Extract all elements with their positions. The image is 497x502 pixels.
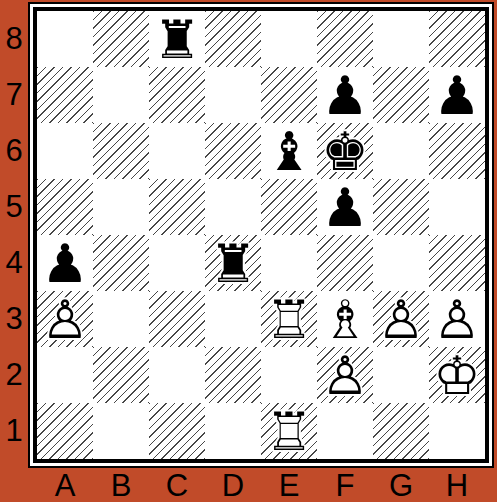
square-h5[interactable]	[429, 179, 485, 235]
square-a1[interactable]	[37, 403, 93, 459]
rank-label-6: 6	[0, 123, 28, 179]
square-a8[interactable]	[37, 11, 93, 67]
square-b5[interactable]	[93, 179, 149, 235]
black-pawn: ♟	[429, 67, 485, 123]
square-c6[interactable]	[149, 123, 205, 179]
black-rook: ♜	[205, 235, 261, 291]
white-king-halo: ♚	[429, 347, 485, 403]
square-a2[interactable]	[37, 347, 93, 403]
rank-labels: 87654321	[0, 11, 28, 459]
square-c2[interactable]	[149, 347, 205, 403]
board-frame: ♜♜♟♟♟♟♝♝♚♚♟♟♟♟♜♜♟♙♜♖♝♗♟♙♟♙♟♙♚♔♜♖	[33, 7, 489, 463]
square-b2[interactable]	[93, 347, 149, 403]
square-h8[interactable]	[429, 11, 485, 67]
square-c8[interactable]: ♜♜	[149, 11, 205, 67]
square-f7[interactable]: ♟♟	[317, 67, 373, 123]
square-g4[interactable]	[373, 235, 429, 291]
white-pawn-halo: ♟	[429, 291, 485, 347]
square-g3[interactable]: ♟♙	[373, 291, 429, 347]
black-pawn-halo: ♟	[317, 179, 373, 235]
square-f2[interactable]: ♟♙	[317, 347, 373, 403]
rank-label-3: 3	[0, 291, 28, 347]
chess-diagram: 87654321 ♜♜♟♟♟♟♝♝♚♚♟♟♟♟♜♜♟♙♜♖♝♗♟♙♟♙♟♙♚♔♜…	[0, 0, 497, 502]
white-pawn-halo: ♟	[317, 347, 373, 403]
rank-label-4: 4	[0, 235, 28, 291]
file-labels: ABCDEFGH	[37, 468, 485, 502]
board-grid: ♜♜♟♟♟♟♝♝♚♚♟♟♟♟♜♜♟♙♜♖♝♗♟♙♟♙♟♙♚♔♜♖	[37, 11, 485, 459]
white-pawn: ♙	[373, 291, 429, 347]
black-bishop: ♝	[261, 123, 317, 179]
rank-label-8: 8	[0, 11, 28, 67]
white-king: ♔	[429, 347, 485, 403]
file-label-e: E	[261, 468, 317, 502]
square-e4[interactable]	[261, 235, 317, 291]
black-pawn-halo: ♟	[429, 67, 485, 123]
white-rook-halo: ♜	[261, 291, 317, 347]
white-bishop: ♗	[317, 291, 373, 347]
square-f4[interactable]	[317, 235, 373, 291]
square-d1[interactable]	[205, 403, 261, 459]
square-f3[interactable]: ♝♗	[317, 291, 373, 347]
file-label-a: A	[37, 468, 93, 502]
square-b8[interactable]	[93, 11, 149, 67]
square-e1[interactable]: ♜♖	[261, 403, 317, 459]
square-g7[interactable]	[373, 67, 429, 123]
square-c7[interactable]	[149, 67, 205, 123]
black-king: ♚	[317, 123, 373, 179]
black-pawn-halo: ♟	[317, 67, 373, 123]
square-d2[interactable]	[205, 347, 261, 403]
file-label-d: D	[205, 468, 261, 502]
square-b7[interactable]	[93, 67, 149, 123]
white-rook: ♖	[261, 291, 317, 347]
square-d3[interactable]	[205, 291, 261, 347]
file-label-b: B	[93, 468, 149, 502]
square-d6[interactable]	[205, 123, 261, 179]
black-rook-halo: ♜	[205, 235, 261, 291]
square-b6[interactable]	[93, 123, 149, 179]
square-g6[interactable]	[373, 123, 429, 179]
square-c1[interactable]	[149, 403, 205, 459]
black-rook: ♜	[149, 11, 205, 67]
square-d4[interactable]: ♜♜	[205, 235, 261, 291]
square-e7[interactable]	[261, 67, 317, 123]
square-c5[interactable]	[149, 179, 205, 235]
square-c4[interactable]	[149, 235, 205, 291]
white-pawn: ♙	[317, 347, 373, 403]
white-pawn: ♙	[429, 291, 485, 347]
black-rook-halo: ♜	[149, 11, 205, 67]
square-h2[interactable]: ♚♔	[429, 347, 485, 403]
square-a5[interactable]	[37, 179, 93, 235]
square-e8[interactable]	[261, 11, 317, 67]
white-pawn-halo: ♟	[373, 291, 429, 347]
square-h7[interactable]: ♟♟	[429, 67, 485, 123]
square-f8[interactable]	[317, 11, 373, 67]
square-c3[interactable]	[149, 291, 205, 347]
square-h6[interactable]	[429, 123, 485, 179]
white-rook-halo: ♜	[261, 403, 317, 459]
square-a4[interactable]: ♟♟	[37, 235, 93, 291]
square-a7[interactable]	[37, 67, 93, 123]
black-king-halo: ♚	[317, 123, 373, 179]
square-g1[interactable]	[373, 403, 429, 459]
square-b4[interactable]	[93, 235, 149, 291]
black-bishop-halo: ♝	[261, 123, 317, 179]
white-rook: ♖	[261, 403, 317, 459]
square-h1[interactable]	[429, 403, 485, 459]
white-bishop-halo: ♝	[317, 291, 373, 347]
square-g5[interactable]	[373, 179, 429, 235]
square-d8[interactable]	[205, 11, 261, 67]
white-pawn: ♙	[37, 291, 93, 347]
black-pawn-halo: ♟	[37, 235, 93, 291]
file-label-g: G	[373, 468, 429, 502]
rank-label-5: 5	[0, 179, 28, 235]
square-d7[interactable]	[205, 67, 261, 123]
square-a6[interactable]	[37, 123, 93, 179]
square-f1[interactable]	[317, 403, 373, 459]
square-e2[interactable]	[261, 347, 317, 403]
black-pawn: ♟	[37, 235, 93, 291]
file-label-h: H	[429, 468, 485, 502]
square-g8[interactable]	[373, 11, 429, 67]
square-b3[interactable]	[93, 291, 149, 347]
square-h4[interactable]	[429, 235, 485, 291]
file-label-f: F	[317, 468, 373, 502]
rank-label-7: 7	[0, 67, 28, 123]
square-f5[interactable]: ♟♟	[317, 179, 373, 235]
file-label-c: C	[149, 468, 205, 502]
board-plate: ♜♜♟♟♟♟♝♝♚♚♟♟♟♟♜♜♟♙♜♖♝♗♟♙♟♙♟♙♚♔♜♖	[28, 2, 494, 468]
square-e3[interactable]: ♜♖	[261, 291, 317, 347]
rank-label-2: 2	[0, 347, 28, 403]
square-e5[interactable]	[261, 179, 317, 235]
white-pawn-halo: ♟	[37, 291, 93, 347]
square-e6[interactable]: ♝♝	[261, 123, 317, 179]
black-pawn: ♟	[317, 67, 373, 123]
rank-label-1: 1	[0, 403, 28, 459]
square-h3[interactable]: ♟♙	[429, 291, 485, 347]
square-a3[interactable]: ♟♙	[37, 291, 93, 347]
black-pawn: ♟	[317, 179, 373, 235]
square-g2[interactable]	[373, 347, 429, 403]
square-f6[interactable]: ♚♚	[317, 123, 373, 179]
square-d5[interactable]	[205, 179, 261, 235]
square-b1[interactable]	[93, 403, 149, 459]
